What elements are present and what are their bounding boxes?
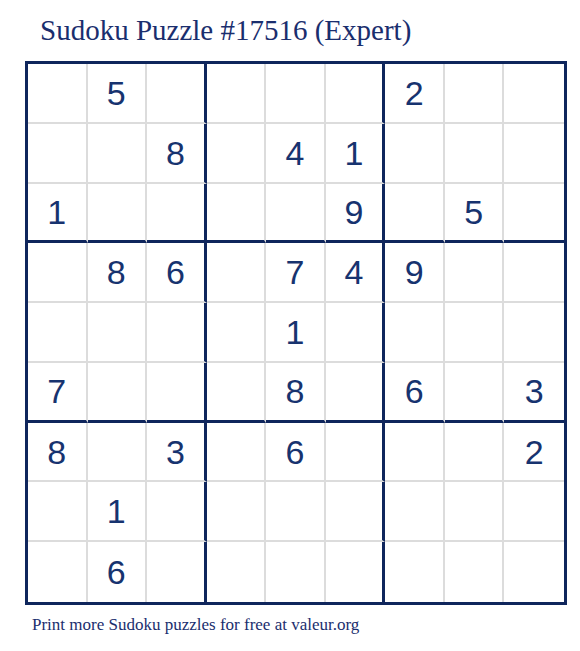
cell-r4c4 (207, 243, 267, 303)
cell-r9c3 (147, 542, 207, 602)
cell-r4c2: 8 (88, 243, 148, 303)
cell-r3c6: 9 (326, 184, 386, 244)
cell-r4c7: 9 (385, 243, 445, 303)
cell-r5c2 (88, 303, 148, 363)
cell-r8c2: 1 (88, 482, 148, 542)
cell-r2c8 (445, 124, 505, 184)
cell-r9c8 (445, 542, 505, 602)
cell-r5c6 (326, 303, 386, 363)
cell-r9c5 (266, 542, 326, 602)
cell-r6c6 (326, 363, 386, 423)
cell-r7c6 (326, 423, 386, 483)
cell-r1c3 (147, 64, 207, 124)
cell-r4c3: 6 (147, 243, 207, 303)
cell-r5c7 (385, 303, 445, 363)
cell-r1c8 (445, 64, 505, 124)
cell-r6c9: 3 (504, 363, 564, 423)
cell-r7c7 (385, 423, 445, 483)
cell-r7c8 (445, 423, 505, 483)
cell-r2c5: 4 (266, 124, 326, 184)
cell-r8c4 (207, 482, 267, 542)
cell-r1c9 (504, 64, 564, 124)
cell-r2c2 (88, 124, 148, 184)
cell-r2c7 (385, 124, 445, 184)
cell-r8c7 (385, 482, 445, 542)
cell-r4c9 (504, 243, 564, 303)
cell-r9c6 (326, 542, 386, 602)
cell-r2c9 (504, 124, 564, 184)
cell-r2c6: 1 (326, 124, 386, 184)
footer-text: Print more Sudoku puzzles for free at va… (32, 615, 359, 635)
cell-r9c7 (385, 542, 445, 602)
cell-r6c5: 8 (266, 363, 326, 423)
cell-r4c5: 7 (266, 243, 326, 303)
cell-r1c7: 2 (385, 64, 445, 124)
cell-r8c3 (147, 482, 207, 542)
cell-r3c9 (504, 184, 564, 244)
cell-r4c6: 4 (326, 243, 386, 303)
cell-r8c5 (266, 482, 326, 542)
cell-r2c4 (207, 124, 267, 184)
cell-r9c1 (28, 542, 88, 602)
cell-r7c1: 8 (28, 423, 88, 483)
cell-r6c2 (88, 363, 148, 423)
cell-r1c5 (266, 64, 326, 124)
cell-r7c3: 3 (147, 423, 207, 483)
cell-r2c1 (28, 124, 88, 184)
cell-r5c9 (504, 303, 564, 363)
cell-r6c1: 7 (28, 363, 88, 423)
cell-r7c5: 6 (266, 423, 326, 483)
cell-r6c7: 6 (385, 363, 445, 423)
cell-r5c8 (445, 303, 505, 363)
cell-r6c4 (207, 363, 267, 423)
cell-r7c9: 2 (504, 423, 564, 483)
cell-r8c9 (504, 482, 564, 542)
cell-r1c2: 5 (88, 64, 148, 124)
cell-r8c1 (28, 482, 88, 542)
cell-r9c9 (504, 542, 564, 602)
cell-r7c4 (207, 423, 267, 483)
cell-r3c2 (88, 184, 148, 244)
cell-r3c1: 1 (28, 184, 88, 244)
cell-r1c4 (207, 64, 267, 124)
cell-r6c3 (147, 363, 207, 423)
cell-r8c6 (326, 482, 386, 542)
cell-r6c8 (445, 363, 505, 423)
cell-r3c7 (385, 184, 445, 244)
cell-r5c5: 1 (266, 303, 326, 363)
cell-r8c8 (445, 482, 505, 542)
cell-r5c4 (207, 303, 267, 363)
cell-r5c3 (147, 303, 207, 363)
cell-r1c6 (326, 64, 386, 124)
cell-r7c2 (88, 423, 148, 483)
cell-r2c3: 8 (147, 124, 207, 184)
cell-r9c2: 6 (88, 542, 148, 602)
cell-r3c5 (266, 184, 326, 244)
cell-r1c1 (28, 64, 88, 124)
page-title: Sudoku Puzzle #17516 (Expert) (40, 14, 411, 47)
cell-r4c1 (28, 243, 88, 303)
cell-r4c8 (445, 243, 505, 303)
cell-r3c8: 5 (445, 184, 505, 244)
sudoku-board: 528411958674917863836216 (25, 61, 567, 605)
cell-r3c3 (147, 184, 207, 244)
cell-r3c4 (207, 184, 267, 244)
cell-r5c1 (28, 303, 88, 363)
cell-r9c4 (207, 542, 267, 602)
